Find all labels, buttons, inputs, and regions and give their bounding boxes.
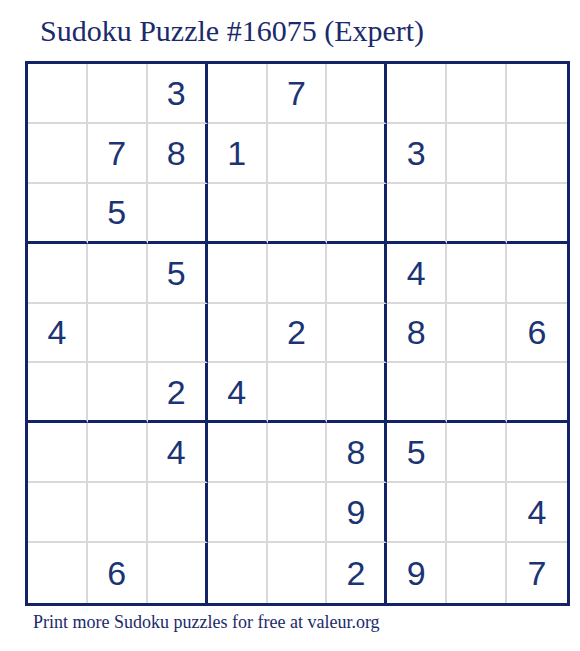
- cell-r4c8: [447, 244, 507, 304]
- cell-r1c6: [327, 64, 387, 124]
- cell-r5c4: [208, 304, 268, 364]
- cell-r8c2: [88, 483, 148, 543]
- cell-r8c4: [208, 483, 268, 543]
- cell-r7c9: [507, 423, 567, 483]
- cell-r9c7: 9: [387, 543, 447, 603]
- cell-r9c8: [447, 543, 507, 603]
- cell-r9c2: 6: [88, 543, 148, 603]
- cell-r2c9: [507, 124, 567, 184]
- cell-r9c5: [268, 543, 328, 603]
- cell-r4c2: [88, 244, 148, 304]
- cell-r6c7: [387, 363, 447, 423]
- cell-r2c6: [327, 124, 387, 184]
- cell-r6c5: [268, 363, 328, 423]
- cell-r5c6: [327, 304, 387, 364]
- cell-r9c4: [208, 543, 268, 603]
- cell-r5c8: [447, 304, 507, 364]
- cell-r7c7: 5: [387, 423, 447, 483]
- cell-r5c7: 8: [387, 304, 447, 364]
- cell-r3c6: [327, 184, 387, 244]
- cell-r1c2: [88, 64, 148, 124]
- cell-r3c3: [148, 184, 208, 244]
- cell-r4c6: [327, 244, 387, 304]
- cell-r8c6: 9: [327, 483, 387, 543]
- cell-r1c3: 3: [148, 64, 208, 124]
- cell-r8c9: 4: [507, 483, 567, 543]
- cell-r4c3: 5: [148, 244, 208, 304]
- cell-r3c2: 5: [88, 184, 148, 244]
- cell-r3c9: [507, 184, 567, 244]
- cell-r7c5: [268, 423, 328, 483]
- cell-r9c3: [148, 543, 208, 603]
- cell-r3c4: [208, 184, 268, 244]
- cell-r1c7: [387, 64, 447, 124]
- cell-r2c3: 8: [148, 124, 208, 184]
- cell-r9c1: [28, 543, 88, 603]
- cell-r1c9: [507, 64, 567, 124]
- cell-r1c8: [447, 64, 507, 124]
- cell-r7c4: [208, 423, 268, 483]
- cell-r9c6: 2: [327, 543, 387, 603]
- cell-r8c7: [387, 483, 447, 543]
- page-title: Sudoku Puzzle #16075 (Expert): [40, 14, 424, 48]
- cell-r4c1: [28, 244, 88, 304]
- cell-r6c2: [88, 363, 148, 423]
- cell-r6c8: [447, 363, 507, 423]
- cell-r5c1: 4: [28, 304, 88, 364]
- cell-r1c4: [208, 64, 268, 124]
- cell-r3c1: [28, 184, 88, 244]
- cell-r3c5: [268, 184, 328, 244]
- cell-r5c2: [88, 304, 148, 364]
- cell-r1c1: [28, 64, 88, 124]
- cell-r3c7: [387, 184, 447, 244]
- cell-r3c8: [447, 184, 507, 244]
- cell-r6c4: 4: [208, 363, 268, 423]
- cell-r7c2: [88, 423, 148, 483]
- cell-r8c8: [447, 483, 507, 543]
- sudoku-grid: 377813554428624485946297: [25, 61, 570, 606]
- cell-r2c2: 7: [88, 124, 148, 184]
- cell-r8c5: [268, 483, 328, 543]
- cell-r4c7: 4: [387, 244, 447, 304]
- cell-r2c1: [28, 124, 88, 184]
- cell-r8c3: [148, 483, 208, 543]
- cell-r6c3: 2: [148, 363, 208, 423]
- cell-r2c8: [447, 124, 507, 184]
- cell-r7c8: [447, 423, 507, 483]
- cell-r7c3: 4: [148, 423, 208, 483]
- cell-r7c1: [28, 423, 88, 483]
- cell-r4c9: [507, 244, 567, 304]
- cell-r5c5: 2: [268, 304, 328, 364]
- footer-note: Print more Sudoku puzzles for free at va…: [33, 612, 380, 633]
- cell-r2c7: 3: [387, 124, 447, 184]
- cell-r6c6: [327, 363, 387, 423]
- cell-r4c4: [208, 244, 268, 304]
- cell-r9c9: 7: [507, 543, 567, 603]
- cell-r2c4: 1: [208, 124, 268, 184]
- cell-r4c5: [268, 244, 328, 304]
- cell-r2c5: [268, 124, 328, 184]
- cell-r5c9: 6: [507, 304, 567, 364]
- cell-r5c3: [148, 304, 208, 364]
- cell-r6c1: [28, 363, 88, 423]
- cell-r7c6: 8: [327, 423, 387, 483]
- cell-r6c9: [507, 363, 567, 423]
- cell-r1c5: 7: [268, 64, 328, 124]
- cell-r8c1: [28, 483, 88, 543]
